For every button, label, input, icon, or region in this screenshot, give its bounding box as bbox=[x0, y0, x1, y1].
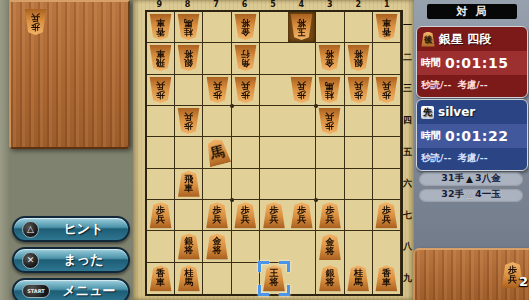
board-cell[interactable] bbox=[175, 75, 203, 106]
board-cell[interactable] bbox=[345, 137, 373, 168]
board-cell[interactable] bbox=[232, 106, 260, 137]
board-cell[interactable]: 桂馬 bbox=[175, 263, 203, 294]
board-cell[interactable]: 歩兵 bbox=[232, 75, 260, 106]
board-cell[interactable] bbox=[203, 169, 231, 200]
board-file-label: 4 bbox=[287, 0, 315, 10]
board-cell[interactable] bbox=[373, 169, 401, 200]
board-cell[interactable] bbox=[260, 106, 288, 137]
board-cell[interactable]: 歩兵 bbox=[175, 106, 203, 137]
shogi-piece-promoted-B: 馬 bbox=[203, 137, 232, 168]
board-cell[interactable]: 玉将 bbox=[288, 12, 316, 43]
sente-hand-pawn-count: 2 bbox=[519, 274, 528, 289]
shogi-piece-p: 歩兵 bbox=[234, 77, 257, 103]
board-cell[interactable] bbox=[203, 106, 231, 137]
action-buttons: △ヒント✕まったSTARTメニュー bbox=[12, 216, 130, 300]
shogi-piece-p: 歩兵 bbox=[318, 108, 341, 134]
board-cell[interactable] bbox=[260, 231, 288, 262]
sente-captured-tray: 歩兵 2 bbox=[413, 248, 529, 300]
shogi-piece-K: 王将 bbox=[262, 265, 285, 291]
button-label: ヒント bbox=[47, 220, 120, 238]
shogi-piece-L: 香車 bbox=[375, 265, 398, 291]
board-cell[interactable] bbox=[260, 12, 288, 43]
board-cell[interactable] bbox=[232, 169, 260, 200]
board-cell[interactable] bbox=[316, 169, 344, 200]
shogi-piece-k: 玉将 bbox=[290, 14, 313, 40]
board-cell[interactable] bbox=[345, 106, 373, 137]
board-cell[interactable] bbox=[260, 43, 288, 74]
move-history: 31手▲3八金32手△4一玉 bbox=[419, 172, 523, 201]
board-cell[interactable]: 桂馬 bbox=[175, 12, 203, 43]
shogi-piece-P: 歩兵 bbox=[149, 202, 172, 228]
board-grid: 香車桂馬金将玉将香車飛車銀将角行金将銀将歩兵歩兵歩兵歩兵桂馬歩兵歩兵歩兵歩兵馬飛… bbox=[145, 10, 403, 296]
shogi-piece-G: 金将 bbox=[318, 234, 341, 260]
gote-byoyomi: 秒読/-- bbox=[421, 79, 451, 92]
board-cell[interactable]: 飛車 bbox=[147, 43, 175, 74]
undo-button[interactable]: ✕まった bbox=[12, 247, 130, 273]
board-cell[interactable]: 銀将 bbox=[345, 43, 373, 74]
board-cell[interactable] bbox=[288, 231, 316, 262]
shogi-piece-p: 歩兵 bbox=[375, 77, 398, 103]
board-cell[interactable]: 銀将 bbox=[175, 43, 203, 74]
board-cell[interactable]: 香車 bbox=[147, 263, 175, 294]
sente-move-mark-icon: ▲ bbox=[466, 174, 473, 184]
board-cell[interactable]: 銀将 bbox=[175, 231, 203, 262]
board-cell[interactable] bbox=[203, 12, 231, 43]
gote-player-box: 後 銀星 四段 時間 0:01:15 秒読/-- 考慮/-- bbox=[416, 26, 528, 98]
board-cell[interactable]: 桂馬 bbox=[316, 75, 344, 106]
shogi-piece-N: 桂馬 bbox=[347, 265, 370, 291]
shogi-piece-P: 歩兵 bbox=[318, 202, 341, 228]
board-cell[interactable]: 金将 bbox=[316, 231, 344, 262]
shogi-piece-r: 飛車 bbox=[149, 45, 172, 71]
sente-byoyomi: 秒読/-- bbox=[421, 152, 451, 165]
board-cell[interactable]: 歩兵 bbox=[373, 200, 401, 231]
board-file-label: 8 bbox=[173, 0, 201, 10]
shogi-piece-s: 銀将 bbox=[177, 45, 200, 71]
board-cell[interactable] bbox=[316, 12, 344, 43]
board-cell[interactable]: 角行 bbox=[232, 43, 260, 74]
gote-player-name: 銀星 四段 bbox=[439, 31, 491, 48]
button-label: メニュー bbox=[58, 282, 120, 300]
board-cell[interactable] bbox=[147, 169, 175, 200]
board-cell[interactable]: 歩兵 bbox=[147, 200, 175, 231]
board-cell[interactable] bbox=[175, 200, 203, 231]
hint-button[interactable]: △ヒント bbox=[12, 216, 130, 242]
board-cell[interactable]: 歩兵 bbox=[373, 75, 401, 106]
shogi-piece-S: 銀将 bbox=[318, 265, 341, 291]
triangle-button-icon: △ bbox=[22, 221, 39, 238]
sente-badge-icon: 先 bbox=[421, 106, 434, 119]
gote-consideration: 考慮/-- bbox=[457, 79, 487, 92]
board-cell[interactable] bbox=[147, 231, 175, 262]
shogi-piece-R: 飛車 bbox=[177, 171, 200, 197]
sente-player-name: silver bbox=[438, 105, 475, 119]
shogi-piece-S: 銀将 bbox=[177, 233, 200, 259]
shogi-piece-N: 桂馬 bbox=[177, 265, 200, 291]
board-file-label: 1 bbox=[373, 0, 401, 10]
shogi-piece-l: 香車 bbox=[149, 14, 172, 40]
board-cell[interactable]: 金将 bbox=[316, 43, 344, 74]
board-cell[interactable] bbox=[345, 169, 373, 200]
board-file-label: 5 bbox=[259, 0, 287, 10]
sente-time-value: 0:01:22 bbox=[445, 128, 508, 144]
board-cell[interactable] bbox=[288, 169, 316, 200]
board-cell[interactable] bbox=[203, 263, 231, 294]
board-cell[interactable] bbox=[288, 263, 316, 294]
file-labels: 987654321 bbox=[145, 0, 401, 10]
board-cell[interactable]: 桂馬 bbox=[345, 263, 373, 294]
gote-move-mark-icon: △ bbox=[466, 190, 473, 200]
board-cell[interactable] bbox=[316, 137, 344, 168]
shogi-piece-n: 桂馬 bbox=[318, 77, 341, 103]
board-file-label: 7 bbox=[202, 0, 230, 10]
panel-title: 対局 bbox=[427, 4, 517, 19]
shogi-piece-P: 歩兵 bbox=[375, 202, 398, 228]
board-cell[interactable] bbox=[147, 106, 175, 137]
gote-time-label: 時間 bbox=[421, 56, 441, 70]
left-edge-strip bbox=[0, 0, 9, 300]
sente-player-box: 先 silver 時間 0:01:22 秒読/-- 考慮/-- bbox=[416, 99, 528, 171]
board-cell[interactable] bbox=[232, 231, 260, 262]
shogi-piece-P: 歩兵 bbox=[262, 202, 285, 228]
board-cell[interactable]: 馬 bbox=[203, 137, 231, 168]
board-cell[interactable] bbox=[175, 137, 203, 168]
sente-consideration: 考慮/-- bbox=[457, 152, 487, 165]
start-button-icon: START bbox=[22, 284, 50, 298]
board-cell[interactable]: 歩兵 bbox=[203, 75, 231, 106]
sente-time-label: 時間 bbox=[421, 129, 441, 143]
board-cell[interactable]: 金将 bbox=[232, 12, 260, 43]
shogi-piece-n: 桂馬 bbox=[177, 14, 200, 40]
shogi-piece-g: 金将 bbox=[234, 14, 257, 40]
shogi-piece-p: 歩兵 bbox=[347, 77, 370, 103]
board-cell[interactable] bbox=[288, 43, 316, 74]
board-cell[interactable] bbox=[260, 137, 288, 168]
move-history-item: 31手▲3八金 bbox=[419, 172, 523, 185]
board-cell[interactable] bbox=[373, 231, 401, 262]
button-label: まった bbox=[47, 251, 120, 269]
gote-time-value: 0:01:15 bbox=[445, 55, 508, 71]
board-cell[interactable]: 歩兵 bbox=[260, 200, 288, 231]
board-cell[interactable]: 歩兵 bbox=[203, 200, 231, 231]
board-cell[interactable]: 歩兵 bbox=[288, 200, 316, 231]
cross-button-icon: ✕ bbox=[22, 252, 39, 269]
board-cell[interactable]: 歩兵 bbox=[232, 200, 260, 231]
shogi-piece-p: 歩兵 bbox=[177, 108, 200, 134]
gote-hand-pawn[interactable]: 歩兵 bbox=[24, 9, 47, 35]
shogi-game-screen: 歩兵 987654321 一二三四五六七八九 香車桂馬金将玉将香車飛車銀将角行金… bbox=[0, 0, 529, 300]
shogi-piece-G: 金将 bbox=[206, 233, 229, 259]
board-cell[interactable]: 飛車 bbox=[175, 169, 203, 200]
board-file-label: 9 bbox=[145, 0, 173, 10]
board-cell[interactable]: 香車 bbox=[373, 12, 401, 43]
shogi-piece-L: 香車 bbox=[149, 265, 172, 291]
shogi-piece-p: 歩兵 bbox=[206, 77, 229, 103]
shogi-piece-b: 角行 bbox=[234, 45, 257, 71]
board-cell[interactable] bbox=[260, 169, 288, 200]
board-file-label: 3 bbox=[316, 0, 344, 10]
shogi-piece-p: 歩兵 bbox=[24, 9, 47, 35]
board-cell[interactable]: 香車 bbox=[147, 12, 175, 43]
board-cell[interactable] bbox=[373, 137, 401, 168]
board-cell[interactable]: 歩兵 bbox=[345, 75, 373, 106]
board-cell[interactable]: 銀将 bbox=[316, 263, 344, 294]
board-cell[interactable]: 王将 bbox=[260, 263, 288, 294]
board-cell[interactable] bbox=[373, 43, 401, 74]
board-cell[interactable] bbox=[147, 137, 175, 168]
board-cell[interactable] bbox=[345, 200, 373, 231]
board-cell[interactable]: 歩兵 bbox=[288, 75, 316, 106]
shogi-piece-l: 香車 bbox=[375, 14, 398, 40]
shogi-piece-p: 歩兵 bbox=[290, 77, 313, 103]
shogi-piece-g: 金将 bbox=[318, 45, 341, 71]
gote-badge-icon: 後 bbox=[421, 32, 435, 47]
board-cell[interactable] bbox=[260, 75, 288, 106]
board-cell[interactable] bbox=[232, 263, 260, 294]
board-file-label: 6 bbox=[230, 0, 258, 10]
board-cell[interactable]: 歩兵 bbox=[147, 75, 175, 106]
board-cell[interactable] bbox=[373, 106, 401, 137]
shogi-piece-P: 歩兵 bbox=[234, 202, 257, 228]
move-history-item: 32手△4一玉 bbox=[419, 188, 523, 201]
shogi-piece-p: 歩兵 bbox=[149, 77, 172, 103]
board-cell[interactable] bbox=[232, 137, 260, 168]
board-cell[interactable] bbox=[345, 231, 373, 262]
shogi-piece-s: 銀将 bbox=[347, 45, 370, 71]
shogi-piece-P: 歩兵 bbox=[290, 202, 313, 228]
board-cell[interactable]: 歩兵 bbox=[316, 200, 344, 231]
board-cell[interactable] bbox=[345, 12, 373, 43]
gote-captured-tray: 歩兵 bbox=[9, 0, 130, 149]
shogi-piece-P: 歩兵 bbox=[206, 202, 229, 228]
board-file-label: 2 bbox=[344, 0, 372, 10]
board-cell[interactable] bbox=[288, 137, 316, 168]
board-cell[interactable] bbox=[288, 106, 316, 137]
board-cell[interactable]: 金将 bbox=[203, 231, 231, 262]
board-cell[interactable]: 歩兵 bbox=[316, 106, 344, 137]
board-cell[interactable] bbox=[203, 43, 231, 74]
board-cell[interactable]: 香車 bbox=[373, 263, 401, 294]
menu-button[interactable]: STARTメニュー bbox=[12, 278, 130, 300]
